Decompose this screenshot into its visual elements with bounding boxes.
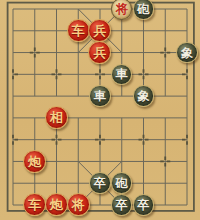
piece-black-elephant-f8r2[interactable]: 象 [176,42,198,64]
piece-black-chariot-f5r3[interactable]: 車 [111,64,133,86]
piece-red-chariot-f3r1[interactable]: 车 [67,19,90,42]
piece-black-cannon-f5r8[interactable]: 砲 [111,172,133,194]
xiangqi-board: 将砲车兵兵象車車象相炮卒砲车炮将卒卒 [0,0,200,220]
piece-black-soldier-f4r8[interactable]: 卒 [89,172,111,194]
piece-black-general-f5r0[interactable]: 将 [111,0,133,20]
piece-black-cannon-f6r0[interactable]: 砲 [133,0,155,20]
piece-red-elephant-f2r5[interactable]: 相 [45,106,68,129]
piece-red-soldier-f4r1[interactable]: 兵 [88,19,111,42]
piece-black-elephant-f6r4[interactable]: 象 [133,85,155,107]
piece-black-soldier-f6r9[interactable]: 卒 [133,194,155,216]
piece-grid: 将砲车兵兵象車車象相炮卒砲车炮将卒卒 [2,0,198,216]
piece-red-soldier-f4r2[interactable]: 兵 [88,41,111,64]
piece-red-cannon-f2r9[interactable]: 炮 [45,193,68,216]
piece-red-general-f3r9[interactable]: 将 [67,193,90,216]
piece-red-cannon-f1r7[interactable]: 炮 [23,150,46,173]
piece-black-soldier-f5r9[interactable]: 卒 [111,194,133,216]
piece-black-chariot-f4r4[interactable]: 車 [89,85,111,107]
piece-red-chariot-f1r9[interactable]: 车 [23,193,46,216]
